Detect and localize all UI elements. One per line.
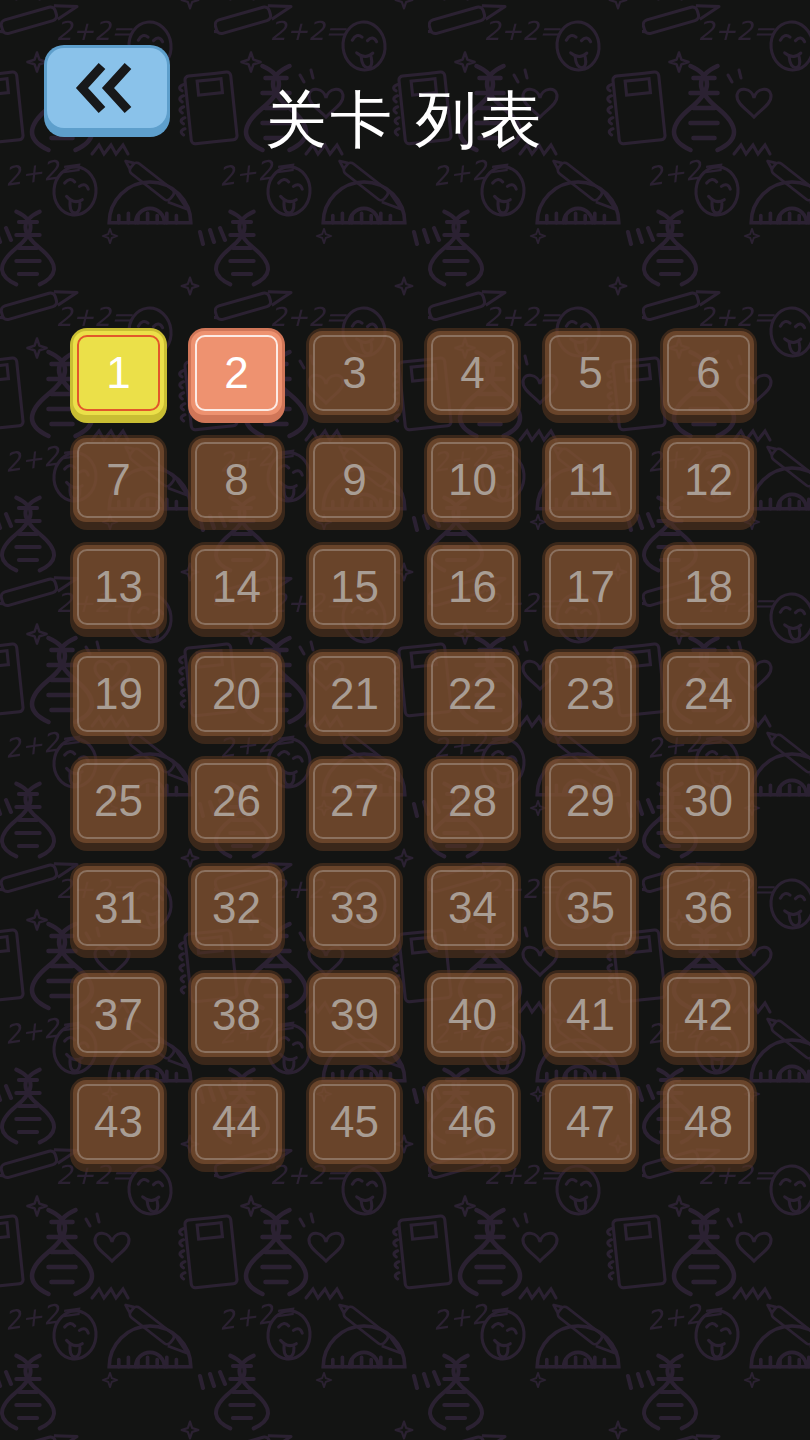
level-button-15[interactable]: 15 — [306, 542, 403, 637]
level-button-face: 23 — [545, 652, 636, 736]
level-button-16[interactable]: 16 — [424, 542, 521, 637]
level-number: 29 — [566, 779, 615, 823]
level-number: 19 — [94, 672, 143, 716]
level-button-4[interactable]: 4 — [424, 328, 521, 423]
level-number: 41 — [566, 993, 615, 1037]
level-button-21[interactable]: 21 — [306, 649, 403, 744]
level-button-face: 36 — [663, 866, 754, 950]
double-chevron-left-icon — [74, 62, 140, 114]
level-number: 22 — [448, 672, 497, 716]
level-number: 9 — [342, 458, 366, 502]
level-button-20[interactable]: 20 — [188, 649, 285, 744]
level-number: 14 — [212, 565, 261, 609]
level-button-face: 41 — [545, 973, 636, 1057]
level-button-face: 24 — [663, 652, 754, 736]
level-button-face: 17 — [545, 545, 636, 629]
level-button-face: 44 — [191, 1080, 282, 1164]
level-button-face: 25 — [73, 759, 164, 843]
level-number: 31 — [94, 886, 143, 930]
level-number: 2 — [224, 351, 248, 395]
level-button-29[interactable]: 29 — [542, 756, 639, 851]
level-number: 46 — [448, 1100, 497, 1144]
level-button-face: 38 — [191, 973, 282, 1057]
level-button-24[interactable]: 24 — [660, 649, 757, 744]
level-number: 7 — [106, 458, 130, 502]
level-button-face: 42 — [663, 973, 754, 1057]
level-button-face: 45 — [309, 1080, 400, 1164]
level-number: 3 — [342, 351, 366, 395]
level-button-11[interactable]: 11 — [542, 435, 639, 530]
level-number: 30 — [684, 779, 733, 823]
level-button-face: 9 — [309, 438, 400, 522]
level-button-face: 31 — [73, 866, 164, 950]
level-button-39[interactable]: 39 — [306, 970, 403, 1065]
level-number: 4 — [460, 351, 484, 395]
level-button-face: 6 — [663, 331, 754, 415]
level-button-face: 7 — [73, 438, 164, 522]
level-number: 16 — [448, 565, 497, 609]
level-button-face: 32 — [191, 866, 282, 950]
level-button-face: 18 — [663, 545, 754, 629]
level-button-face: 1 — [73, 331, 164, 415]
back-button[interactable] — [44, 45, 170, 137]
level-number: 24 — [684, 672, 733, 716]
level-button-10[interactable]: 10 — [424, 435, 521, 530]
level-button-36[interactable]: 36 — [660, 863, 757, 958]
level-button-22[interactable]: 22 — [424, 649, 521, 744]
level-button-9[interactable]: 9 — [306, 435, 403, 530]
level-button-face: 48 — [663, 1080, 754, 1164]
level-button-5[interactable]: 5 — [542, 328, 639, 423]
level-button-35[interactable]: 35 — [542, 863, 639, 958]
level-button-face: 11 — [545, 438, 636, 522]
level-button-34[interactable]: 34 — [424, 863, 521, 958]
level-number: 8 — [224, 458, 248, 502]
level-button-face: 33 — [309, 866, 400, 950]
level-number: 47 — [566, 1100, 615, 1144]
level-button-face: 43 — [73, 1080, 164, 1164]
level-number: 23 — [566, 672, 615, 716]
level-number: 48 — [684, 1100, 733, 1144]
level-button-face: 14 — [191, 545, 282, 629]
level-button-face: 47 — [545, 1080, 636, 1164]
level-button-1[interactable]: 1 — [70, 328, 167, 423]
level-number: 27 — [330, 779, 379, 823]
level-button-face: 12 — [663, 438, 754, 522]
level-number: 40 — [448, 993, 497, 1037]
level-number: 39 — [330, 993, 379, 1037]
level-number: 10 — [448, 458, 497, 502]
level-number: 21 — [330, 672, 379, 716]
level-button-13[interactable]: 13 — [70, 542, 167, 637]
level-button-46[interactable]: 46 — [424, 1077, 521, 1172]
level-number: 20 — [212, 672, 261, 716]
level-button-27[interactable]: 27 — [306, 756, 403, 851]
level-button-31[interactable]: 31 — [70, 863, 167, 958]
level-button-23[interactable]: 23 — [542, 649, 639, 744]
level-button-face: 34 — [427, 866, 518, 950]
level-number: 12 — [684, 458, 733, 502]
level-button-12[interactable]: 12 — [660, 435, 757, 530]
level-button-face: 26 — [191, 759, 282, 843]
level-button-14[interactable]: 14 — [188, 542, 285, 637]
level-number: 43 — [94, 1100, 143, 1144]
level-button-8[interactable]: 8 — [188, 435, 285, 530]
level-button-25[interactable]: 25 — [70, 756, 167, 851]
level-button-face: 13 — [73, 545, 164, 629]
level-button-41[interactable]: 41 — [542, 970, 639, 1065]
level-button-face: 22 — [427, 652, 518, 736]
level-button-face: 29 — [545, 759, 636, 843]
level-button-face: 3 — [309, 331, 400, 415]
level-button-face: 30 — [663, 759, 754, 843]
level-number: 44 — [212, 1100, 261, 1144]
level-button-face: 8 — [191, 438, 282, 522]
level-button-37[interactable]: 37 — [70, 970, 167, 1065]
level-number: 5 — [578, 351, 602, 395]
level-number: 38 — [212, 993, 261, 1037]
level-button-face: 46 — [427, 1080, 518, 1164]
level-button-45[interactable]: 45 — [306, 1077, 403, 1172]
level-button-face: 20 — [191, 652, 282, 736]
level-button-47[interactable]: 47 — [542, 1077, 639, 1172]
level-button-26[interactable]: 26 — [188, 756, 285, 851]
level-number: 35 — [566, 886, 615, 930]
level-button-6[interactable]: 6 — [660, 328, 757, 423]
level-button-face: 28 — [427, 759, 518, 843]
level-button-face: 21 — [309, 652, 400, 736]
level-button-face: 37 — [73, 973, 164, 1057]
level-button-33[interactable]: 33 — [306, 863, 403, 958]
level-button-17[interactable]: 17 — [542, 542, 639, 637]
level-button-face: 35 — [545, 866, 636, 950]
level-number: 34 — [448, 886, 497, 930]
level-number: 42 — [684, 993, 733, 1037]
level-number: 26 — [212, 779, 261, 823]
level-button-face: 5 — [545, 331, 636, 415]
level-button-face: 19 — [73, 652, 164, 736]
level-button-40[interactable]: 40 — [424, 970, 521, 1065]
level-button-3[interactable]: 3 — [306, 328, 403, 423]
level-button-28[interactable]: 28 — [424, 756, 521, 851]
level-button-face: 16 — [427, 545, 518, 629]
level-button-43[interactable]: 43 — [70, 1077, 167, 1172]
level-grid: 1234567891011121314151617181920212223242… — [70, 328, 758, 1172]
back-button-face — [47, 48, 167, 128]
level-button-32[interactable]: 32 — [188, 863, 285, 958]
level-number: 37 — [94, 993, 143, 1037]
level-number: 25 — [94, 779, 143, 823]
level-select-screen: 2+2= — [0, 0, 810, 1440]
level-button-face: 15 — [309, 545, 400, 629]
level-number: 1 — [106, 351, 130, 395]
level-button-face: 10 — [427, 438, 518, 522]
level-number: 6 — [696, 351, 720, 395]
level-button-18[interactable]: 18 — [660, 542, 757, 637]
level-number: 45 — [330, 1100, 379, 1144]
level-button-face: 39 — [309, 973, 400, 1057]
level-number: 11 — [568, 458, 614, 502]
level-button-face: 4 — [427, 331, 518, 415]
level-number: 36 — [684, 886, 733, 930]
level-button-48[interactable]: 48 — [660, 1077, 757, 1172]
level-button-38[interactable]: 38 — [188, 970, 285, 1065]
level-button-face: 40 — [427, 973, 518, 1057]
level-button-face: 2 — [191, 331, 282, 415]
level-number: 33 — [330, 886, 379, 930]
level-number: 32 — [212, 886, 261, 930]
level-button-2[interactable]: 2 — [188, 328, 285, 423]
level-button-face: 27 — [309, 759, 400, 843]
level-button-44[interactable]: 44 — [188, 1077, 285, 1172]
level-number: 13 — [94, 565, 143, 609]
level-number: 18 — [684, 565, 733, 609]
level-button-42[interactable]: 42 — [660, 970, 757, 1065]
level-number: 15 — [330, 565, 379, 609]
level-button-19[interactable]: 19 — [70, 649, 167, 744]
level-number: 28 — [448, 779, 497, 823]
level-button-30[interactable]: 30 — [660, 756, 757, 851]
level-button-7[interactable]: 7 — [70, 435, 167, 530]
level-number: 17 — [566, 565, 615, 609]
